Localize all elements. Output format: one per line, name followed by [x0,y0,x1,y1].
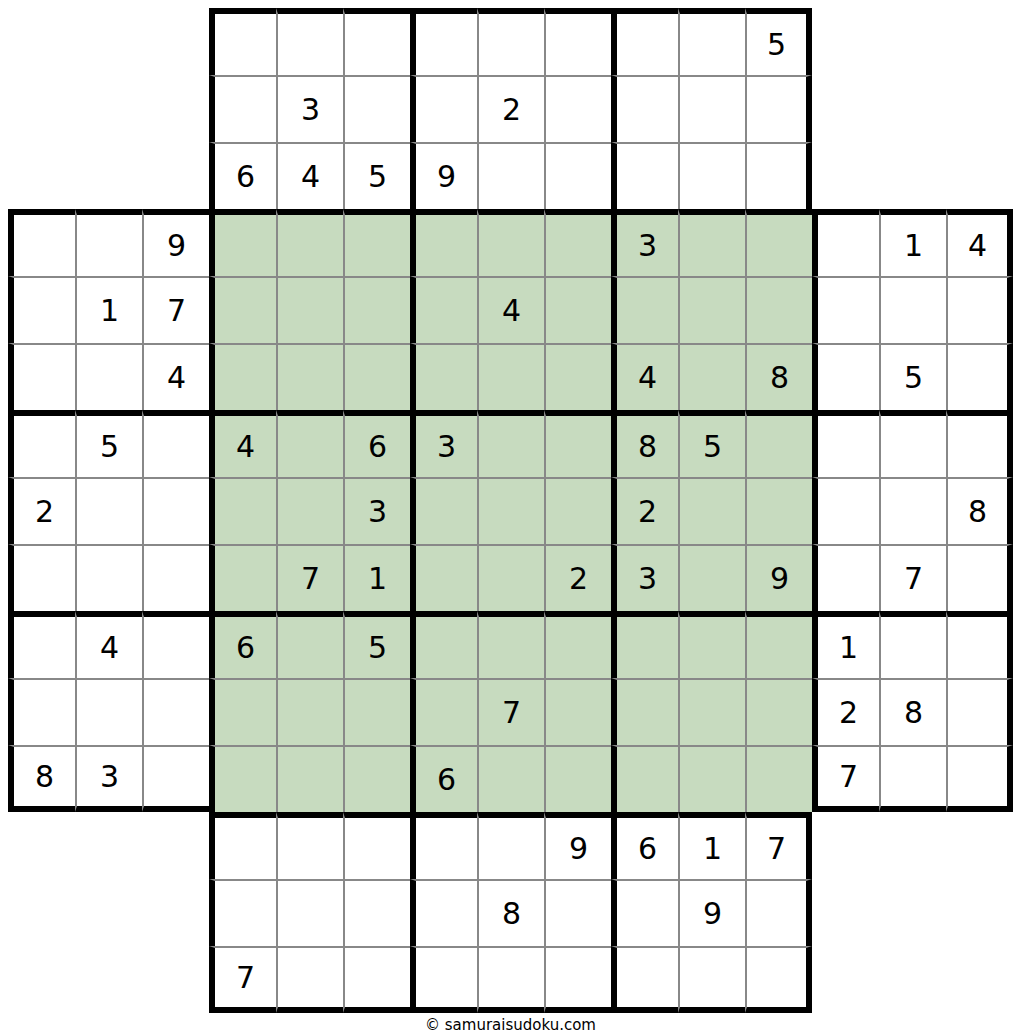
void-r15c1 [8,946,75,1013]
cell-r8c11[interactable] [678,477,745,544]
cell-r4c13[interactable] [812,209,879,276]
cell-r3c11[interactable] [678,142,745,209]
cell-r7c12[interactable] [745,410,812,477]
cell-r2c5-given[interactable]: 3 [276,75,343,142]
cell-r12c5[interactable] [276,745,343,812]
cell-r11c10[interactable] [611,678,678,745]
void-r15c14 [879,946,946,1013]
cell-r7c9[interactable] [544,410,611,477]
cell-r12c11[interactable] [678,745,745,812]
void-r1c3 [142,8,209,75]
cell-r13c12-given[interactable]: 7 [745,812,812,879]
cell-r5c15[interactable] [946,276,1013,343]
cell-r9c7[interactable] [410,544,477,611]
cell-r7c6-given[interactable]: 6 [343,410,410,477]
cell-r7c3[interactable] [142,410,209,477]
cell-r9c15[interactable] [946,544,1013,611]
cell-r5c12[interactable] [745,276,812,343]
cell-r7c2-given[interactable]: 5 [75,410,142,477]
cell-r9c6-given[interactable]: 1 [343,544,410,611]
cell-r10c11[interactable] [678,611,745,678]
cell-r7c1[interactable] [8,410,75,477]
cell-r11c6[interactable] [343,678,410,745]
cell-r8c12[interactable] [745,477,812,544]
void-r14c3 [142,879,209,946]
void-r3c13 [812,142,879,209]
cell-r4c14-given[interactable]: 1 [879,209,946,276]
cell-r9c11[interactable] [678,544,745,611]
cell-r6c15[interactable] [946,343,1013,410]
cell-r9c14-given[interactable]: 7 [879,544,946,611]
cell-r10c10[interactable] [611,611,678,678]
cell-r7c13[interactable] [812,410,879,477]
cell-r6c6[interactable] [343,343,410,410]
void-r1c15 [946,8,1013,75]
cell-r13c11-given[interactable]: 1 [678,812,745,879]
cell-r10c13-given[interactable]: 1 [812,611,879,678]
cell-r14c4[interactable] [209,879,276,946]
cell-r1c7[interactable] [410,8,477,75]
cell-r9c13[interactable] [812,544,879,611]
cell-r11c14-given[interactable]: 8 [879,678,946,745]
void-r14c1 [8,879,75,946]
void-r3c1 [8,142,75,209]
cell-r3c4-given[interactable]: 6 [209,142,276,209]
cell-r10c15[interactable] [946,611,1013,678]
cell-r8c9[interactable] [544,477,611,544]
cell-r6c14-given[interactable]: 5 [879,343,946,410]
cell-r6c4[interactable] [209,343,276,410]
cell-r9c9-given[interactable]: 2 [544,544,611,611]
cell-r10c5[interactable] [276,611,343,678]
cell-r11c11[interactable] [678,678,745,745]
cell-r7c11-given[interactable]: 5 [678,410,745,477]
cell-r2c8-given[interactable]: 2 [477,75,544,142]
cell-r5c7[interactable] [410,276,477,343]
cell-r15c6[interactable] [343,946,410,1013]
cell-r11c5[interactable] [276,678,343,745]
void-r1c2 [75,8,142,75]
cell-r5c8-given[interactable]: 4 [477,276,544,343]
cell-r5c14[interactable] [879,276,946,343]
cell-r6c5[interactable] [276,343,343,410]
void-r2c3 [142,75,209,142]
cell-r8c8[interactable] [477,477,544,544]
cell-r11c1[interactable] [8,678,75,745]
void-r13c3 [142,812,209,879]
cell-r15c4-given[interactable]: 7 [209,946,276,1013]
void-r15c13 [812,946,879,1013]
cell-r15c11[interactable] [678,946,745,1013]
cell-r15c8[interactable] [477,946,544,1013]
cell-r8c10-given[interactable]: 2 [611,477,678,544]
cell-r10c2-given[interactable]: 4 [75,611,142,678]
cell-r12c10[interactable] [611,745,678,812]
cell-r5c2-given[interactable]: 1 [75,276,142,343]
cell-r4c10-given[interactable]: 3 [611,209,678,276]
cell-r8c5[interactable] [276,477,343,544]
void-r2c2 [75,75,142,142]
cell-r4c4[interactable] [209,209,276,276]
cell-r8c14[interactable] [879,477,946,544]
cell-r11c15[interactable] [946,678,1013,745]
cell-r9c10-given[interactable]: 3 [611,544,678,611]
cell-r12c6[interactable] [343,745,410,812]
cell-r5c9[interactable] [544,276,611,343]
cell-r13c7[interactable] [410,812,477,879]
cell-r12c4[interactable] [209,745,276,812]
cell-r4c6[interactable] [343,209,410,276]
cell-r10c8[interactable] [477,611,544,678]
cell-r11c4[interactable] [209,678,276,745]
cell-r5c5[interactable] [276,276,343,343]
cell-r9c2[interactable] [75,544,142,611]
cell-r2c10[interactable] [611,75,678,142]
cell-r12c3[interactable] [142,745,209,812]
cell-r4c7[interactable] [410,209,477,276]
cell-r6c13[interactable] [812,343,879,410]
puzzle: 5326459931417444855463852328712397465172… [8,8,1013,1034]
cell-r4c2[interactable] [75,209,142,276]
cell-r7c5[interactable] [276,410,343,477]
cell-r11c7[interactable] [410,678,477,745]
cell-r2c7[interactable] [410,75,477,142]
cell-r9c5-given[interactable]: 7 [276,544,343,611]
cell-r10c4-given[interactable]: 6 [209,611,276,678]
cell-r7c8[interactable] [477,410,544,477]
void-r1c1 [8,8,75,75]
cell-r4c15-given[interactable]: 4 [946,209,1013,276]
void-r13c2 [75,812,142,879]
cell-r7c4-given[interactable]: 4 [209,410,276,477]
cell-r9c1[interactable] [8,544,75,611]
cell-r10c9[interactable] [544,611,611,678]
cell-r3c5-given[interactable]: 4 [276,142,343,209]
cell-r9c12-given[interactable]: 9 [745,544,812,611]
cell-r8c3[interactable] [142,477,209,544]
cell-r8c2[interactable] [75,477,142,544]
cell-r1c8[interactable] [477,8,544,75]
cell-r12c7-given[interactable]: 6 [410,745,477,812]
void-r3c3 [142,142,209,209]
void-r1c13 [812,8,879,75]
cell-r1c9[interactable] [544,8,611,75]
cell-r6c8[interactable] [477,343,544,410]
cell-r14c8-given[interactable]: 8 [477,879,544,946]
void-r2c15 [946,75,1013,142]
cell-r2c6[interactable] [343,75,410,142]
cell-r8c13[interactable] [812,477,879,544]
cell-r12c9[interactable] [544,745,611,812]
void-r14c2 [75,879,142,946]
cell-r12c13-given[interactable]: 7 [812,745,879,812]
cell-r12c1-given[interactable]: 8 [8,745,75,812]
copyright-credit: © samuraisudoku.com [8,1016,1013,1034]
cell-r8c1-given[interactable]: 2 [8,477,75,544]
cell-r4c5[interactable] [276,209,343,276]
cell-r14c7[interactable] [410,879,477,946]
cell-r3c7-given[interactable]: 9 [410,142,477,209]
cell-r11c2[interactable] [75,678,142,745]
cell-r10c12[interactable] [745,611,812,678]
void-r14c15 [946,879,1013,946]
cell-r13c8[interactable] [477,812,544,879]
cell-r1c4[interactable] [209,8,276,75]
cell-r6c7[interactable] [410,343,477,410]
cell-r6c1[interactable] [8,343,75,410]
void-r13c14 [879,812,946,879]
cell-r5c10[interactable] [611,276,678,343]
cell-r4c9[interactable] [544,209,611,276]
cell-r12c8[interactable] [477,745,544,812]
cell-r2c9[interactable] [544,75,611,142]
cell-r1c12-given[interactable]: 5 [745,8,812,75]
cell-r3c6-given[interactable]: 5 [343,142,410,209]
cell-r3c8[interactable] [477,142,544,209]
cell-r9c4[interactable] [209,544,276,611]
cell-r2c11[interactable] [678,75,745,142]
cell-r15c9[interactable] [544,946,611,1013]
void-r13c13 [812,812,879,879]
cell-r11c3[interactable] [142,678,209,745]
cell-r14c9[interactable] [544,879,611,946]
cell-r5c1[interactable] [8,276,75,343]
cell-r4c8[interactable] [477,209,544,276]
cell-r7c7-given[interactable]: 3 [410,410,477,477]
cell-r13c5[interactable] [276,812,343,879]
cell-r8c6-given[interactable]: 3 [343,477,410,544]
cell-r11c8-given[interactable]: 7 [477,678,544,745]
cell-r15c5[interactable] [276,946,343,1013]
cell-r11c12[interactable] [745,678,812,745]
cell-r6c12-given[interactable]: 8 [745,343,812,410]
cell-r1c6[interactable] [343,8,410,75]
void-r3c14 [879,142,946,209]
cell-r12c15[interactable] [946,745,1013,812]
cell-r15c12[interactable] [745,946,812,1013]
cell-r4c1[interactable] [8,209,75,276]
void-r15c15 [946,946,1013,1013]
cell-r14c6[interactable] [343,879,410,946]
void-r2c13 [812,75,879,142]
cell-r6c3-given[interactable]: 4 [142,343,209,410]
cell-r10c1[interactable] [8,611,75,678]
sudoku-board: 5326459931417444855463852328712397465172… [8,8,1013,1013]
cell-r1c5[interactable] [276,8,343,75]
cell-r10c7[interactable] [410,611,477,678]
cell-r5c11[interactable] [678,276,745,343]
cell-r15c10[interactable] [611,946,678,1013]
void-r15c2 [75,946,142,1013]
cell-r10c6-given[interactable]: 5 [343,611,410,678]
cell-r3c12[interactable] [745,142,812,209]
cell-r5c3-given[interactable]: 7 [142,276,209,343]
cell-r4c12[interactable] [745,209,812,276]
cell-r7c15[interactable] [946,410,1013,477]
cell-r14c5[interactable] [276,879,343,946]
cell-r6c9[interactable] [544,343,611,410]
cell-r3c9[interactable] [544,142,611,209]
cell-r5c6[interactable] [343,276,410,343]
void-r14c14 [879,879,946,946]
cell-r9c8[interactable] [477,544,544,611]
cell-r2c12[interactable] [745,75,812,142]
cell-r13c6[interactable] [343,812,410,879]
cell-r13c10-given[interactable]: 6 [611,812,678,879]
void-r2c1 [8,75,75,142]
cell-r5c13[interactable] [812,276,879,343]
cell-r12c14[interactable] [879,745,946,812]
cell-r2c4[interactable] [209,75,276,142]
cell-r12c2-given[interactable]: 3 [75,745,142,812]
cell-r7c14[interactable] [879,410,946,477]
void-r3c15 [946,142,1013,209]
void-r15c3 [142,946,209,1013]
void-r13c1 [8,812,75,879]
cell-r5c4[interactable] [209,276,276,343]
cell-r12c12[interactable] [745,745,812,812]
cell-r13c4[interactable] [209,812,276,879]
cell-r3c10[interactable] [611,142,678,209]
void-r13c15 [946,812,1013,879]
cell-r10c3[interactable] [142,611,209,678]
void-r1c14 [879,8,946,75]
cell-r8c15-given[interactable]: 8 [946,477,1013,544]
cell-r11c9[interactable] [544,678,611,745]
cell-r14c12[interactable] [745,879,812,946]
cell-r4c3-given[interactable]: 9 [142,209,209,276]
cell-r8c7[interactable] [410,477,477,544]
void-r3c2 [75,142,142,209]
void-r2c14 [879,75,946,142]
cell-r14c11-given[interactable]: 9 [678,879,745,946]
cell-r8c4[interactable] [209,477,276,544]
cell-r1c10[interactable] [611,8,678,75]
cell-r6c10-given[interactable]: 4 [611,343,678,410]
void-r14c13 [812,879,879,946]
cell-r14c10[interactable] [611,879,678,946]
cell-r6c11[interactable] [678,343,745,410]
cell-r9c3[interactable] [142,544,209,611]
cell-r13c9-given[interactable]: 9 [544,812,611,879]
cell-r1c11[interactable] [678,8,745,75]
cell-r6c2[interactable] [75,343,142,410]
cell-r15c7[interactable] [410,946,477,1013]
cell-r10c14[interactable] [879,611,946,678]
cell-r11c13-given[interactable]: 2 [812,678,879,745]
cell-r4c11[interactable] [678,209,745,276]
cell-r7c10-given[interactable]: 8 [611,410,678,477]
